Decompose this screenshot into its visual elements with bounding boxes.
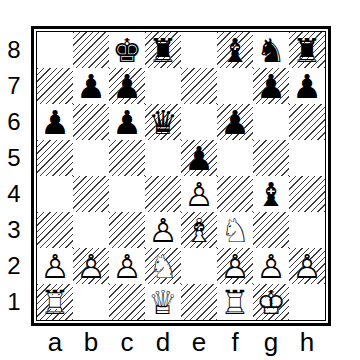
rank-label-6: 6	[2, 104, 26, 140]
file-label-h: h	[289, 327, 325, 357]
piece-glyph: ♟	[109, 68, 145, 104]
piece-glyph: ♝	[253, 176, 289, 212]
piece-bQ-d6[interactable]: ♕♛	[145, 104, 181, 140]
rank-label-4: 4	[2, 176, 26, 212]
square-d7[interactable]	[145, 68, 181, 104]
square-d3[interactable]: ♟♙	[145, 212, 181, 248]
square-g5[interactable]	[253, 140, 289, 176]
piece-glyph: ♖	[37, 284, 73, 320]
piece-wQ-d1[interactable]: ♛♕	[145, 284, 181, 320]
file-label-e: e	[181, 327, 217, 357]
square-c7[interactable]: ♙♟	[109, 68, 145, 104]
square-e8[interactable]	[181, 32, 217, 68]
square-a7[interactable]	[37, 68, 73, 104]
square-h2[interactable]: ♟♙	[289, 248, 325, 284]
piece-glyph: ♟	[37, 104, 73, 140]
square-g8[interactable]: ♘♞	[253, 32, 289, 68]
square-b4[interactable]	[73, 176, 109, 212]
piece-wP-c2[interactable]: ♟♙	[109, 248, 145, 284]
square-g3[interactable]	[253, 212, 289, 248]
file-label-g: g	[253, 327, 289, 357]
square-g1[interactable]: ♚♔	[253, 284, 289, 320]
piece-glyph: ♛	[145, 104, 181, 140]
square-d8[interactable]: ♖♜	[145, 32, 181, 68]
piece-wK-g1[interactable]: ♚♔	[253, 284, 289, 320]
rank-label-8: 8	[2, 32, 26, 68]
piece-glyph: ♝	[217, 32, 253, 68]
square-b1[interactable]	[73, 284, 109, 320]
square-b6[interactable]	[73, 104, 109, 140]
square-e1[interactable]	[181, 284, 217, 320]
square-h1[interactable]	[289, 284, 325, 320]
square-c8[interactable]: ♔♚	[109, 32, 145, 68]
square-h3[interactable]	[289, 212, 325, 248]
square-f8[interactable]: ♗♝	[217, 32, 253, 68]
rank-label-7: 7	[2, 68, 26, 104]
piece-glyph: ♔	[253, 284, 289, 320]
piece-glyph: ♞	[253, 32, 289, 68]
square-e4[interactable]: ♟♙	[181, 176, 217, 212]
square-b7[interactable]: ♙♟	[73, 68, 109, 104]
square-g2[interactable]: ♟♙	[253, 248, 289, 284]
square-h7[interactable]: ♙♟	[289, 68, 325, 104]
piece-wP-b2[interactable]: ♟♙	[73, 248, 109, 284]
square-d6[interactable]: ♕♛	[145, 104, 181, 140]
square-f5[interactable]	[217, 140, 253, 176]
piece-bR-d8[interactable]: ♖♜	[145, 32, 181, 68]
piece-bP-f6[interactable]: ♙♟	[217, 104, 253, 140]
file-label-c: c	[109, 327, 145, 357]
piece-glyph: ♙	[37, 248, 73, 284]
square-f1[interactable]: ♜♖	[217, 284, 253, 320]
piece-glyph: ♘	[217, 212, 253, 248]
square-g6[interactable]	[253, 104, 289, 140]
square-e2[interactable]	[181, 248, 217, 284]
piece-glyph: ♜	[145, 32, 181, 68]
square-d4[interactable]	[145, 176, 181, 212]
square-c4[interactable]	[109, 176, 145, 212]
square-c6[interactable]: ♙♟	[109, 104, 145, 140]
piece-wP-h2[interactable]: ♟♙	[289, 248, 325, 284]
piece-glyph: ♙	[217, 248, 253, 284]
file-label-a: a	[37, 327, 73, 357]
square-d1[interactable]: ♛♕	[145, 284, 181, 320]
piece-bP-c7[interactable]: ♙♟	[109, 68, 145, 104]
square-g4[interactable]: ♗♝	[253, 176, 289, 212]
square-g7[interactable]: ♙♟	[253, 68, 289, 104]
piece-bP-a6[interactable]: ♙♟	[37, 104, 73, 140]
file-label-d: d	[145, 327, 181, 357]
piece-glyph: ♙	[73, 248, 109, 284]
square-e7[interactable]	[181, 68, 217, 104]
square-a5[interactable]	[37, 140, 73, 176]
rank-label-3: 3	[2, 212, 26, 248]
piece-glyph: ♟	[181, 140, 217, 176]
square-e5[interactable]: ♙♟	[181, 140, 217, 176]
piece-glyph: ♟	[253, 68, 289, 104]
piece-glyph: ♟	[109, 104, 145, 140]
square-b8[interactable]	[73, 32, 109, 68]
piece-bP-b7[interactable]: ♙♟	[73, 68, 109, 104]
square-f2[interactable]: ♟♙	[217, 248, 253, 284]
piece-glyph: ♙	[289, 248, 325, 284]
rank-labels: 87654321	[2, 32, 26, 320]
piece-wR-a1[interactable]: ♜♖	[37, 284, 73, 320]
file-labels: abcdefgh	[37, 327, 325, 357]
piece-wR-f1[interactable]: ♜♖	[217, 284, 253, 320]
piece-wB-e3[interactable]: ♝♗	[181, 212, 217, 248]
piece-glyph: ♟	[73, 68, 109, 104]
file-label-f: f	[217, 327, 253, 357]
square-b2[interactable]: ♟♙	[73, 248, 109, 284]
square-e3[interactable]: ♝♗	[181, 212, 217, 248]
piece-wP-e4[interactable]: ♟♙	[181, 176, 217, 212]
square-a4[interactable]	[37, 176, 73, 212]
square-f7[interactable]	[217, 68, 253, 104]
piece-wN-f3[interactable]: ♞♘	[217, 212, 253, 248]
square-e6[interactable]	[181, 104, 217, 140]
piece-glyph: ♜	[289, 32, 325, 68]
square-c2[interactable]: ♟♙	[109, 248, 145, 284]
piece-glyph: ♟	[217, 104, 253, 140]
square-h8[interactable]: ♖♜	[289, 32, 325, 68]
piece-wP-f2[interactable]: ♟♙	[217, 248, 253, 284]
square-a2[interactable]: ♟♙	[37, 248, 73, 284]
square-a3[interactable]	[37, 212, 73, 248]
square-f6[interactable]: ♙♟	[217, 104, 253, 140]
square-h6[interactable]	[289, 104, 325, 140]
rank-label-2: 2	[2, 248, 26, 284]
piece-wP-g2[interactable]: ♟♙	[253, 248, 289, 284]
piece-wN-d2[interactable]: ♞♘	[145, 248, 181, 284]
rank-label-5: 5	[2, 140, 26, 176]
piece-glyph: ♕	[145, 284, 181, 320]
square-a6[interactable]: ♙♟	[37, 104, 73, 140]
chess-board-frame: ♔♚♖♜♗♝♘♞♖♜♙♟♙♟♙♟♙♟♙♟♙♟♕♛♙♟♙♟♟♙♗♝♟♙♝♗♞♘♟♙…	[31, 26, 331, 326]
piece-wP-a2[interactable]: ♟♙	[37, 248, 73, 284]
square-f4[interactable]	[217, 176, 253, 212]
piece-bB-g4[interactable]: ♗♝	[253, 176, 289, 212]
piece-bP-c6[interactable]: ♙♟	[109, 104, 145, 140]
piece-wP-d3[interactable]: ♟♙	[145, 212, 181, 248]
piece-glyph: ♗	[181, 212, 217, 248]
square-h5[interactable]	[289, 140, 325, 176]
piece-glyph: ♟	[289, 68, 325, 104]
piece-bP-g7[interactable]: ♙♟	[253, 68, 289, 104]
square-d5[interactable]	[145, 140, 181, 176]
piece-glyph: ♖	[217, 284, 253, 320]
chess-board: ♔♚♖♜♗♝♘♞♖♜♙♟♙♟♙♟♙♟♙♟♙♟♕♛♙♟♙♟♟♙♗♝♟♙♝♗♞♘♟♙…	[36, 31, 326, 321]
piece-bP-h7[interactable]: ♙♟	[289, 68, 325, 104]
square-d2[interactable]: ♞♘	[145, 248, 181, 284]
rank-label-1: 1	[2, 284, 26, 320]
piece-glyph: ♙	[145, 212, 181, 248]
piece-bB-f8[interactable]: ♗♝	[217, 32, 253, 68]
square-c1[interactable]	[109, 284, 145, 320]
piece-glyph: ♘	[145, 248, 181, 284]
piece-bP-e5[interactable]: ♙♟	[181, 140, 217, 176]
square-h4[interactable]	[289, 176, 325, 212]
square-a8[interactable]	[37, 32, 73, 68]
piece-bN-g8[interactable]: ♘♞	[253, 32, 289, 68]
square-c5[interactable]	[109, 140, 145, 176]
square-a1[interactable]: ♜♖	[37, 284, 73, 320]
piece-bK-c8[interactable]: ♔♚	[109, 32, 145, 68]
piece-glyph: ♙	[181, 176, 217, 212]
piece-glyph: ♙	[109, 248, 145, 284]
square-f3[interactable]: ♞♘	[217, 212, 253, 248]
file-label-b: b	[73, 327, 109, 357]
square-c3[interactable]	[109, 212, 145, 248]
square-b3[interactable]	[73, 212, 109, 248]
piece-bR-h8[interactable]: ♖♜	[289, 32, 325, 68]
piece-glyph: ♙	[253, 248, 289, 284]
piece-glyph: ♚	[109, 32, 145, 68]
square-b5[interactable]	[73, 140, 109, 176]
